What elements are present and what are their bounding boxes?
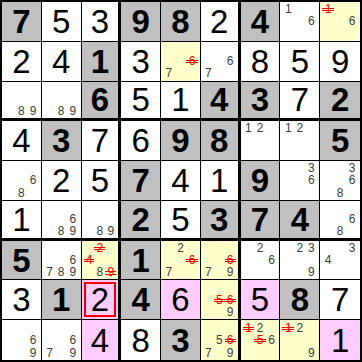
candidate-8: 8 bbox=[55, 266, 67, 278]
given-digit: 6 bbox=[91, 83, 109, 116]
pencil-marks: 679 bbox=[201, 241, 238, 280]
solved-digit: 8 bbox=[251, 45, 269, 78]
pencil-marks: 569 bbox=[201, 280, 238, 319]
solved-digit: 9 bbox=[331, 45, 349, 78]
cell-r8c4[interactable]: 4 bbox=[121, 280, 161, 320]
cell-r5c4[interactable]: 7 bbox=[121, 161, 161, 201]
pencil-marks: 89 bbox=[2, 82, 41, 119]
pencil-marks: 2489 bbox=[82, 241, 119, 280]
solved-digit: 2 bbox=[52, 164, 70, 197]
pencil-marks: 129 bbox=[280, 320, 319, 360]
candidate-5-struck: 5 bbox=[214, 294, 225, 306]
cell-r1c1[interactable]: 7 bbox=[2, 2, 42, 42]
candidate-3: 3 bbox=[346, 242, 358, 254]
cell-r8c9[interactable]: 7 bbox=[320, 280, 360, 320]
candidate-7: 7 bbox=[44, 266, 56, 278]
candidate-7: 7 bbox=[163, 266, 175, 278]
solved-digit: 7 bbox=[291, 83, 309, 116]
given-digit: 2 bbox=[331, 83, 349, 116]
solved-digit: 5 bbox=[291, 45, 309, 78]
candidate-7: 7 bbox=[203, 346, 214, 359]
pencil-marks: 89 bbox=[42, 82, 81, 119]
cell-r4c8[interactable]: 12 bbox=[280, 121, 320, 161]
pencil-marks: 67 bbox=[201, 42, 238, 81]
candidate-1-struck: 1 bbox=[282, 321, 294, 334]
candidate-8: 8 bbox=[94, 225, 105, 237]
candidate-6: 6 bbox=[27, 174, 39, 186]
cell-r8c2[interactable]: 1 bbox=[42, 280, 82, 320]
candidate-6: 6 bbox=[266, 334, 278, 347]
cell-r1c2[interactable]: 5 bbox=[42, 2, 82, 42]
candidate-9: 9 bbox=[306, 266, 318, 278]
cell-r3c2[interactable]: 89 bbox=[42, 82, 82, 122]
candidate-2: 2 bbox=[254, 242, 266, 254]
cell-r5c5[interactable]: 4 bbox=[161, 161, 201, 201]
pencil-marks: 68 bbox=[2, 161, 41, 200]
given-digit: 5 bbox=[331, 124, 349, 157]
cell-r7c8[interactable]: 239 bbox=[280, 241, 320, 281]
given-digit: 4 bbox=[291, 203, 309, 236]
given-digit: 8 bbox=[210, 124, 228, 157]
cell-r2c3[interactable]: 1 bbox=[82, 42, 122, 82]
candidate-7: 7 bbox=[44, 346, 56, 359]
candidate-2: 2 bbox=[254, 321, 266, 334]
cell-r8c6[interactable]: 569 bbox=[201, 280, 241, 320]
solved-digit: 2 bbox=[210, 5, 228, 38]
given-digit: 7 bbox=[12, 5, 30, 38]
solved-digit: 7 bbox=[331, 283, 349, 316]
solved-digit: 2 bbox=[12, 45, 30, 78]
candidate-9: 9 bbox=[225, 346, 236, 359]
sudoku-board: 7539824161624136767859898965143724376981… bbox=[0, 0, 362, 362]
given-digit: 9 bbox=[171, 124, 189, 157]
candidate-9: 9 bbox=[67, 225, 79, 237]
solved-digit: 8 bbox=[132, 324, 150, 357]
candidate-6: 6 bbox=[306, 174, 318, 186]
pencil-marks: 679 bbox=[42, 320, 81, 360]
candidate-2-struck: 2 bbox=[94, 242, 105, 254]
given-digit: 8 bbox=[171, 5, 189, 38]
given-digit: 3 bbox=[251, 83, 269, 116]
cell-r6c3[interactable]: 89 bbox=[82, 201, 122, 241]
cell-r8c7[interactable]: 5 bbox=[241, 280, 281, 320]
candidate-6: 6 bbox=[67, 334, 79, 347]
candidate-6: 6 bbox=[346, 15, 358, 27]
candidate-9: 9 bbox=[27, 346, 39, 359]
given-digit: 9 bbox=[132, 5, 150, 38]
solved-digit: 5 bbox=[251, 283, 269, 316]
cell-r2c5[interactable]: 67 bbox=[161, 42, 201, 82]
solved-digit: 4 bbox=[52, 45, 70, 78]
candidate-9: 9 bbox=[306, 346, 318, 359]
pencil-marks: 5679 bbox=[201, 320, 238, 360]
cell-r2c4[interactable]: 3 bbox=[121, 42, 161, 82]
candidate-2: 2 bbox=[294, 242, 306, 254]
cell-r8c8[interactable]: 8 bbox=[280, 280, 320, 320]
cell-r5c3[interactable]: 5 bbox=[82, 161, 122, 201]
solved-digit: 7 bbox=[91, 124, 109, 157]
cell-r9c1[interactable]: 69 bbox=[2, 320, 42, 360]
solved-digit: 1 bbox=[12, 203, 30, 236]
candidate-1: 1 bbox=[243, 122, 255, 134]
cell-r6c8[interactable]: 4 bbox=[280, 201, 320, 241]
cell-r4c6[interactable]: 8 bbox=[201, 121, 241, 161]
pencil-marks: 267 bbox=[161, 241, 200, 280]
cell-r9c4[interactable]: 8 bbox=[121, 320, 161, 360]
candidate-9: 9 bbox=[225, 306, 236, 318]
pencil-marks: 12 bbox=[280, 121, 319, 160]
cell-r9c9[interactable]: 1 bbox=[320, 320, 360, 360]
candidate-1: 1 bbox=[282, 122, 294, 134]
candidate-2: 2 bbox=[254, 122, 266, 134]
cell-r9c2[interactable]: 679 bbox=[42, 320, 82, 360]
candidate-1: 1 bbox=[282, 3, 294, 15]
solved-digit: 4 bbox=[12, 124, 30, 157]
cell-r5c8[interactable]: 36 bbox=[280, 161, 320, 201]
cell-r6c7[interactable]: 7 bbox=[241, 201, 281, 241]
given-digit: 4 bbox=[132, 283, 150, 316]
given-digit: 9 bbox=[251, 164, 269, 197]
pencil-marks: 67 bbox=[161, 42, 200, 81]
candidate-2: 2 bbox=[294, 321, 306, 334]
candidate-9: 9 bbox=[67, 105, 79, 117]
given-digit: 2 bbox=[132, 203, 150, 236]
given-digit: 7 bbox=[132, 164, 150, 197]
cell-r5c7[interactable]: 9 bbox=[241, 161, 281, 201]
candidate-8: 8 bbox=[55, 225, 67, 237]
cell-r2c9[interactable]: 9 bbox=[320, 42, 360, 82]
cell-r4c3[interactable]: 7 bbox=[82, 121, 122, 161]
solved-digit: 6 bbox=[171, 283, 189, 316]
given-digit: 1 bbox=[52, 283, 70, 316]
solved-digit: 5 bbox=[91, 164, 109, 197]
cell-r1c8[interactable]: 16 bbox=[280, 2, 320, 42]
pencil-marks: 368 bbox=[320, 161, 360, 200]
candidate-1-struck: 1 bbox=[322, 3, 334, 15]
cell-r4c2[interactable]: 3 bbox=[42, 121, 82, 161]
candidate-8: 8 bbox=[16, 105, 28, 117]
cell-r9c7[interactable]: 1256 bbox=[241, 320, 281, 360]
given-digit: 3 bbox=[52, 124, 70, 157]
given-digit: 3 bbox=[171, 324, 189, 357]
cell-r5c1[interactable]: 68 bbox=[2, 161, 42, 201]
candidate-8: 8 bbox=[334, 225, 346, 237]
cell-r9c3[interactable]: 4 bbox=[82, 320, 122, 360]
candidate-7: 7 bbox=[163, 67, 175, 79]
pencil-marks: 16 bbox=[280, 2, 319, 41]
cell-r7c2[interactable]: 6789 bbox=[42, 241, 82, 281]
solved-digit: 5 bbox=[171, 203, 189, 236]
given-digit: 5 bbox=[12, 244, 30, 277]
cell-r5c9[interactable]: 368 bbox=[320, 161, 360, 201]
cell-r2c1[interactable]: 2 bbox=[2, 42, 42, 82]
cell-r3c8[interactable]: 7 bbox=[280, 82, 320, 122]
cell-r1c5[interactable]: 8 bbox=[161, 2, 201, 42]
pencil-marks: 16 bbox=[320, 2, 360, 41]
cell-r3c9[interactable]: 2 bbox=[320, 82, 360, 122]
cell-r6c2[interactable]: 689 bbox=[42, 201, 82, 241]
cell-r7c5[interactable]: 267 bbox=[161, 241, 201, 281]
candidate-7: 7 bbox=[203, 67, 214, 79]
candidate-2: 2 bbox=[175, 242, 187, 254]
cell-r7c1[interactable]: 5 bbox=[2, 241, 42, 281]
cell-r1c6[interactable]: 2 bbox=[201, 2, 241, 42]
candidate-1-struck: 1 bbox=[243, 321, 255, 334]
candidate-5: 5 bbox=[214, 334, 225, 347]
cell-r3c6[interactable]: 4 bbox=[201, 82, 241, 122]
pencil-marks: 26 bbox=[241, 241, 280, 280]
cell-r9c5[interactable]: 3 bbox=[161, 320, 201, 360]
candidate-6-struck: 6 bbox=[225, 334, 236, 347]
candidate-9: 9 bbox=[67, 346, 79, 359]
cell-r1c3[interactable]: 3 bbox=[82, 2, 122, 42]
candidate-4-struck: 4 bbox=[84, 254, 95, 266]
solved-digit: 1 bbox=[210, 164, 228, 197]
candidate-8: 8 bbox=[334, 187, 346, 199]
solved-digit: 3 bbox=[12, 283, 30, 316]
cell-r5c2[interactable]: 2 bbox=[42, 161, 82, 201]
cell-r6c9[interactable]: 68 bbox=[320, 201, 360, 241]
cell-r6c1[interactable]: 1 bbox=[2, 201, 42, 241]
solved-digit: 4 bbox=[91, 324, 109, 357]
cell-r7c9[interactable]: 34 bbox=[320, 241, 360, 281]
cell-r6c4[interactable]: 2 bbox=[121, 201, 161, 241]
candidate-2: 2 bbox=[294, 122, 306, 134]
cell-r4c7[interactable]: 12 bbox=[241, 121, 281, 161]
candidate-8: 8 bbox=[16, 187, 28, 199]
candidate-6: 6 bbox=[266, 254, 278, 266]
solved-digit: 1 bbox=[331, 324, 349, 357]
candidate-6: 6 bbox=[67, 213, 79, 225]
solved-digit: 3 bbox=[132, 45, 150, 78]
candidate-6-struck: 6 bbox=[186, 55, 198, 67]
pencil-marks: 36 bbox=[280, 161, 319, 200]
cell-r6c5[interactable]: 5 bbox=[161, 201, 201, 241]
candidate-5-struck: 5 bbox=[254, 334, 266, 347]
pencil-marks: 12 bbox=[241, 121, 280, 160]
cell-r4c4[interactable]: 6 bbox=[121, 121, 161, 161]
candidate-6: 6 bbox=[27, 334, 39, 347]
solved-digit: 6 bbox=[132, 124, 150, 157]
pencil-marks: 239 bbox=[280, 241, 319, 280]
cell-r7c3[interactable]: 2489 bbox=[82, 241, 122, 281]
given-digit: 4 bbox=[251, 5, 269, 38]
cell-r4c1[interactable]: 4 bbox=[2, 121, 42, 161]
pencil-marks: 89 bbox=[82, 201, 119, 238]
cell-r7c4[interactable]: 1 bbox=[121, 241, 161, 281]
candidate-6: 6 bbox=[346, 174, 358, 186]
given-digit: 7 bbox=[251, 203, 269, 236]
cell-r3c5[interactable]: 1 bbox=[161, 82, 201, 122]
cell-r8c3[interactable]: 2 bbox=[82, 280, 122, 320]
pencil-marks: 6789 bbox=[42, 241, 81, 280]
cell-r6c6[interactable]: 3 bbox=[201, 201, 241, 241]
cell-r3c1[interactable]: 89 bbox=[2, 82, 42, 122]
cell-r3c4[interactable]: 5 bbox=[121, 82, 161, 122]
cell-r2c7[interactable]: 8 bbox=[241, 42, 281, 82]
candidate-9: 9 bbox=[105, 225, 116, 237]
cell-r3c7[interactable]: 3 bbox=[241, 82, 281, 122]
given-digit: 1 bbox=[132, 244, 150, 277]
pencil-marks: 1256 bbox=[241, 320, 280, 360]
candidate-8: 8 bbox=[94, 266, 105, 278]
cell-r4c5[interactable]: 9 bbox=[161, 121, 201, 161]
cell-r3c3[interactable]: 6 bbox=[82, 82, 122, 122]
cell-r7c6[interactable]: 679 bbox=[201, 241, 241, 281]
cell-r1c9[interactable]: 16 bbox=[320, 2, 360, 42]
cell-r5c6[interactable]: 1 bbox=[201, 161, 241, 201]
candidate-9-struck: 9 bbox=[105, 266, 116, 278]
candidate-4: 4 bbox=[322, 254, 334, 266]
solved-digit: 4 bbox=[171, 164, 189, 197]
cell-r2c6[interactable]: 67 bbox=[201, 42, 241, 82]
candidate-6: 6 bbox=[225, 55, 236, 67]
cell-r9c6[interactable]: 5679 bbox=[201, 320, 241, 360]
pencil-marks: 689 bbox=[42, 201, 81, 238]
given-digit: 1 bbox=[91, 45, 109, 78]
cell-r9c8[interactable]: 129 bbox=[280, 320, 320, 360]
solved-digit: 1 bbox=[171, 83, 189, 116]
candidate-8: 8 bbox=[55, 105, 67, 117]
given-digit: 4 bbox=[210, 83, 228, 116]
cell-r7c7[interactable]: 26 bbox=[241, 241, 281, 281]
pencil-marks: 69 bbox=[2, 320, 41, 360]
pencil-marks: 68 bbox=[320, 201, 360, 238]
candidate-6: 6 bbox=[306, 15, 318, 27]
candidate-6: 6 bbox=[346, 213, 358, 225]
cell-r2c8[interactable]: 5 bbox=[280, 42, 320, 82]
cell-r1c4[interactable]: 9 bbox=[121, 2, 161, 42]
cell-r8c5[interactable]: 6 bbox=[161, 280, 201, 320]
cell-r1c7[interactable]: 4 bbox=[241, 2, 281, 42]
pencil-marks: 34 bbox=[320, 241, 360, 280]
candidate-3: 3 bbox=[306, 242, 318, 254]
solved-digit: 5 bbox=[132, 83, 150, 116]
cell-r2c2[interactable]: 4 bbox=[42, 42, 82, 82]
candidate-7: 7 bbox=[203, 266, 214, 278]
candidate-9: 9 bbox=[225, 266, 236, 278]
candidate-6-struck: 6 bbox=[186, 254, 198, 266]
candidate-9: 9 bbox=[27, 105, 39, 117]
solved-digit: 5 bbox=[52, 5, 70, 38]
candidate-9: 9 bbox=[67, 266, 79, 278]
cell-r8c1[interactable]: 3 bbox=[2, 280, 42, 320]
solved-digit: 2 bbox=[91, 283, 109, 316]
cell-r4c9[interactable]: 5 bbox=[320, 121, 360, 161]
solved-digit: 3 bbox=[91, 5, 109, 38]
given-digit: 8 bbox=[291, 283, 309, 316]
given-digit: 3 bbox=[210, 203, 228, 236]
